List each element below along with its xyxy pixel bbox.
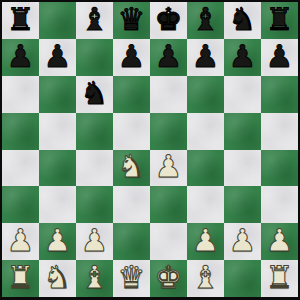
- square-f6[interactable]: [187, 76, 224, 113]
- square-a7[interactable]: ♟: [2, 39, 39, 76]
- square-e5[interactable]: [150, 113, 187, 150]
- square-d5[interactable]: [113, 113, 150, 150]
- white-knight[interactable]: ♞: [44, 262, 72, 293]
- square-f1[interactable]: ♝: [187, 260, 224, 297]
- white-bishop[interactable]: ♝: [192, 262, 220, 293]
- square-g1[interactable]: [224, 260, 261, 297]
- white-queen[interactable]: ♛: [118, 262, 146, 293]
- square-c6[interactable]: ♞: [76, 76, 113, 113]
- chess-board: ♜♝♛♚♝♞♜♟♟♟♟♟♟♟♞♞♟♟♟♟♟♟♟♜♞♝♛♚♝♜: [0, 0, 300, 300]
- square-g8[interactable]: ♞: [224, 2, 261, 39]
- white-pawn[interactable]: ♟: [81, 225, 109, 256]
- square-g2[interactable]: ♟: [224, 223, 261, 260]
- black-bishop[interactable]: ♝: [192, 4, 220, 35]
- white-pawn[interactable]: ♟: [44, 225, 72, 256]
- square-a4[interactable]: [2, 150, 39, 187]
- square-c7[interactable]: [76, 39, 113, 76]
- white-pawn[interactable]: ♟: [7, 225, 35, 256]
- square-b5[interactable]: [39, 113, 76, 150]
- black-pawn[interactable]: ♟: [192, 41, 220, 72]
- square-d1[interactable]: ♛: [113, 260, 150, 297]
- square-h5[interactable]: [261, 113, 298, 150]
- black-pawn[interactable]: ♟: [44, 41, 72, 72]
- square-b7[interactable]: ♟: [39, 39, 76, 76]
- black-pawn[interactable]: ♟: [266, 41, 294, 72]
- square-e2[interactable]: [150, 223, 187, 260]
- square-b3[interactable]: [39, 186, 76, 223]
- square-b6[interactable]: [39, 76, 76, 113]
- white-king[interactable]: ♚: [155, 262, 183, 293]
- black-rook[interactable]: ♜: [266, 4, 294, 35]
- square-g6[interactable]: [224, 76, 261, 113]
- black-pawn[interactable]: ♟: [229, 41, 257, 72]
- square-e1[interactable]: ♚: [150, 260, 187, 297]
- square-f4[interactable]: [187, 150, 224, 187]
- square-d8[interactable]: ♛: [113, 2, 150, 39]
- white-rook[interactable]: ♜: [266, 262, 294, 293]
- square-e8[interactable]: ♚: [150, 2, 187, 39]
- square-b2[interactable]: ♟: [39, 223, 76, 260]
- square-e4[interactable]: ♟: [150, 150, 187, 187]
- square-a6[interactable]: [2, 76, 39, 113]
- square-d7[interactable]: ♟: [113, 39, 150, 76]
- square-g5[interactable]: [224, 113, 261, 150]
- square-e3[interactable]: [150, 186, 187, 223]
- square-g4[interactable]: [224, 150, 261, 187]
- square-h2[interactable]: ♟: [261, 223, 298, 260]
- square-a3[interactable]: [2, 186, 39, 223]
- square-a8[interactable]: ♜: [2, 2, 39, 39]
- square-h4[interactable]: [261, 150, 298, 187]
- square-a1[interactable]: ♜: [2, 260, 39, 297]
- square-d6[interactable]: [113, 76, 150, 113]
- white-pawn[interactable]: ♟: [229, 225, 257, 256]
- square-f2[interactable]: ♟: [187, 223, 224, 260]
- white-pawn[interactable]: ♟: [192, 225, 220, 256]
- square-a5[interactable]: [2, 113, 39, 150]
- square-d4[interactable]: ♞: [113, 150, 150, 187]
- white-rook[interactable]: ♜: [7, 262, 35, 293]
- square-h7[interactable]: ♟: [261, 39, 298, 76]
- square-c2[interactable]: ♟: [76, 223, 113, 260]
- black-queen[interactable]: ♛: [118, 4, 146, 35]
- white-pawn[interactable]: ♟: [155, 151, 183, 182]
- square-a2[interactable]: ♟: [2, 223, 39, 260]
- square-f8[interactable]: ♝: [187, 2, 224, 39]
- square-f3[interactable]: [187, 186, 224, 223]
- square-g7[interactable]: ♟: [224, 39, 261, 76]
- black-bishop[interactable]: ♝: [81, 4, 109, 35]
- square-b4[interactable]: [39, 150, 76, 187]
- square-f7[interactable]: ♟: [187, 39, 224, 76]
- black-pawn[interactable]: ♟: [118, 41, 146, 72]
- square-b1[interactable]: ♞: [39, 260, 76, 297]
- white-knight[interactable]: ♞: [118, 151, 146, 182]
- white-bishop[interactable]: ♝: [81, 262, 109, 293]
- square-h1[interactable]: ♜: [261, 260, 298, 297]
- black-knight[interactable]: ♞: [81, 78, 109, 109]
- square-g3[interactable]: [224, 186, 261, 223]
- square-c5[interactable]: [76, 113, 113, 150]
- square-c1[interactable]: ♝: [76, 260, 113, 297]
- square-h3[interactable]: [261, 186, 298, 223]
- square-h6[interactable]: [261, 76, 298, 113]
- square-f5[interactable]: [187, 113, 224, 150]
- black-pawn[interactable]: ♟: [155, 41, 183, 72]
- square-c4[interactable]: [76, 150, 113, 187]
- black-king[interactable]: ♚: [155, 4, 183, 35]
- black-rook[interactable]: ♜: [7, 4, 35, 35]
- black-knight[interactable]: ♞: [229, 4, 257, 35]
- square-e7[interactable]: ♟: [150, 39, 187, 76]
- square-c8[interactable]: ♝: [76, 2, 113, 39]
- black-pawn[interactable]: ♟: [7, 41, 35, 72]
- square-b8[interactable]: [39, 2, 76, 39]
- square-h8[interactable]: ♜: [261, 2, 298, 39]
- square-d3[interactable]: [113, 186, 150, 223]
- square-d2[interactable]: [113, 223, 150, 260]
- white-pawn[interactable]: ♟: [266, 225, 294, 256]
- square-c3[interactable]: [76, 186, 113, 223]
- square-e6[interactable]: [150, 76, 187, 113]
